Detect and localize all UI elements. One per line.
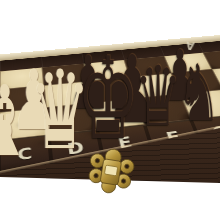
chess-case-photo: ABCDEFGH A ♝♟♛♟♚♟♛♟♞ (0, 0, 220, 220)
chess-piece-white-queen: ♛ (30, 56, 91, 165)
chess-piece-white-bishop: ♝ (0, 73, 32, 170)
chess-piece-black-queen: ♛ (135, 55, 181, 138)
chess-piece-black-knight: ♞ (177, 54, 220, 132)
brass-clasp (84, 148, 138, 194)
